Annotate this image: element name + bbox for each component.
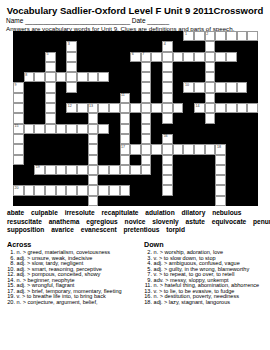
grid-cell[interactable] — [183, 144, 194, 154]
grid-cell[interactable] — [226, 31, 237, 41]
grid-cell[interactable] — [194, 31, 205, 41]
block-cell — [194, 41, 205, 51]
block-cell — [109, 134, 120, 144]
block-cell — [141, 31, 152, 41]
grid-cell[interactable] — [88, 134, 99, 144]
grid-cell[interactable] — [215, 175, 226, 185]
grid-cell[interactable] — [120, 124, 131, 134]
grid-cell[interactable] — [56, 185, 67, 195]
block-cell — [151, 82, 162, 92]
word-bank-line: supposition avarice evanescent pretentio… — [7, 226, 265, 235]
grid-cell[interactable] — [151, 144, 162, 154]
block-cell — [151, 93, 162, 103]
block-cell — [151, 113, 162, 123]
grid-cell[interactable] — [66, 185, 77, 195]
grid-cell[interactable] — [13, 144, 24, 154]
block-cell — [194, 196, 205, 206]
grid-cell[interactable] — [130, 103, 141, 113]
block-cell — [24, 196, 35, 206]
grid-cell[interactable] — [13, 93, 24, 103]
grid-cell[interactable] — [66, 52, 77, 62]
grid-cell[interactable] — [215, 82, 226, 92]
name-blank[interactable]: _____________________________ — [25, 17, 130, 24]
block-cell — [226, 185, 237, 195]
block-cell — [247, 72, 258, 82]
block-cell — [226, 62, 237, 72]
block-cell — [226, 155, 237, 165]
grid-cell[interactable] — [205, 82, 216, 92]
block-cell — [173, 31, 184, 41]
grid-cell[interactable] — [88, 155, 99, 165]
across-header: Across — [7, 240, 31, 249]
block-cell — [183, 113, 194, 123]
grid-cell[interactable] — [13, 134, 24, 144]
block-cell — [130, 124, 141, 134]
grid-cell[interactable] — [141, 165, 152, 175]
block-cell — [173, 196, 184, 206]
grid-cell[interactable] — [66, 62, 77, 72]
grid-cell[interactable] — [141, 134, 152, 144]
block-cell — [162, 124, 173, 134]
grid-cell[interactable]: 19 — [34, 165, 45, 175]
grid-cell[interactable] — [88, 165, 99, 175]
clue-number: 18 — [217, 145, 221, 149]
grid-cell[interactable] — [45, 82, 56, 92]
block-cell — [34, 113, 45, 123]
block-cell — [34, 196, 45, 206]
grid-cell[interactable] — [120, 165, 131, 175]
grid-cell[interactable] — [98, 124, 109, 134]
grid-cell[interactable] — [34, 124, 45, 134]
grid-cell[interactable] — [141, 72, 152, 82]
grid-cell[interactable] — [162, 144, 173, 154]
grid-cell[interactable] — [34, 185, 45, 195]
block-cell — [120, 31, 131, 41]
grid-cell[interactable] — [66, 82, 77, 92]
grid-cell[interactable]: 4 — [162, 41, 173, 51]
grid-cell[interactable] — [98, 72, 109, 82]
block-cell — [194, 134, 205, 144]
block-cell — [45, 31, 56, 41]
grid-cell[interactable] — [88, 196, 99, 206]
grid-cell[interactable] — [151, 52, 162, 62]
block-cell — [34, 103, 45, 113]
block-cell — [247, 62, 258, 72]
grid-cell[interactable] — [66, 72, 77, 82]
grid-cell[interactable] — [215, 165, 226, 175]
block-cell — [66, 144, 77, 154]
block-cell — [109, 31, 120, 41]
block-cell — [194, 185, 205, 195]
grid-cell[interactable] — [141, 103, 152, 113]
block-cell — [66, 155, 77, 165]
grid-cell[interactable] — [120, 155, 131, 165]
block-cell — [120, 82, 131, 92]
block-cell — [173, 93, 184, 103]
block-cell — [66, 31, 77, 41]
block-cell — [151, 41, 162, 51]
grid-cell[interactable] — [120, 103, 131, 113]
block-cell — [183, 62, 194, 72]
block-cell — [109, 113, 120, 123]
grid-cell[interactable] — [194, 144, 205, 154]
block-cell — [56, 82, 67, 92]
block-cell — [151, 196, 162, 206]
grid-cell[interactable] — [98, 165, 109, 175]
name-label: Name — [6, 17, 23, 24]
grid-cell[interactable] — [226, 52, 237, 62]
grid-cell[interactable] — [88, 124, 99, 134]
name-date-line: Name _____________________________ Date … — [6, 17, 266, 24]
grid-cell[interactable] — [162, 185, 173, 195]
block-cell — [45, 155, 56, 165]
block-cell — [247, 196, 258, 206]
grid-cell[interactable] — [162, 72, 173, 82]
grid-cell[interactable] — [247, 31, 258, 41]
grid-cell[interactable] — [45, 62, 56, 72]
block-cell — [130, 196, 141, 206]
grid-cell[interactable] — [88, 185, 99, 195]
clue-number: 5 — [46, 52, 48, 56]
clue-number: 3 — [68, 42, 70, 46]
grid-cell[interactable]: 18 — [215, 144, 226, 154]
block-cell — [77, 134, 88, 144]
grid-cell[interactable]: 14 — [194, 103, 205, 113]
grid-cell[interactable] — [151, 103, 162, 113]
block-cell — [194, 72, 205, 82]
grid-cell[interactable] — [88, 113, 99, 123]
block-cell — [98, 175, 109, 185]
block-cell — [237, 62, 248, 72]
down-header: Down — [144, 240, 164, 249]
grid-cell[interactable] — [215, 155, 226, 165]
grid-cell[interactable] — [77, 165, 88, 175]
grid-cell[interactable] — [109, 103, 120, 113]
block-cell — [109, 196, 120, 206]
block-cell — [88, 31, 99, 41]
block-cell — [215, 93, 226, 103]
block-cell — [247, 124, 258, 134]
grid-cell[interactable] — [130, 165, 141, 175]
block-cell — [34, 155, 45, 165]
clue-number: 6 — [132, 52, 134, 56]
grid-cell[interactable]: 17 — [120, 144, 131, 154]
block-cell — [77, 196, 88, 206]
block-cell — [120, 41, 131, 51]
block-cell — [109, 62, 120, 72]
grid-cell[interactable] — [141, 155, 152, 165]
grid-cell[interactable] — [237, 31, 248, 41]
grid-cell[interactable] — [24, 185, 35, 195]
grid-cell[interactable]: 3 — [66, 41, 77, 51]
grid-cell[interactable] — [77, 103, 88, 113]
clue-number: 14 — [196, 104, 200, 108]
grid-cell[interactable] — [162, 62, 173, 72]
grid-cell[interactable] — [194, 82, 205, 92]
block-cell — [194, 93, 205, 103]
grid-cell[interactable] — [56, 124, 67, 134]
block-cell — [247, 155, 258, 165]
block-cell — [120, 196, 131, 206]
block-cell — [34, 175, 45, 185]
grid-cell[interactable] — [194, 52, 205, 62]
block-cell — [162, 31, 173, 41]
block-cell — [98, 52, 109, 62]
block-cell — [130, 113, 141, 123]
block-cell — [77, 155, 88, 165]
grid-cell[interactable] — [109, 165, 120, 175]
block-cell — [205, 155, 216, 165]
block-cell — [34, 144, 45, 154]
block-cell — [173, 165, 184, 175]
block-cell — [183, 155, 194, 165]
grid-cell[interactable] — [13, 155, 24, 165]
grid-cell[interactable]: 15 — [13, 124, 24, 134]
block-cell — [205, 196, 216, 206]
grid-cell[interactable] — [77, 185, 88, 195]
grid-cell[interactable] — [34, 72, 45, 82]
grid-cell[interactable] — [162, 82, 173, 92]
grid-cell[interactable] — [205, 41, 216, 51]
block-cell — [45, 134, 56, 144]
grid-cell[interactable] — [98, 185, 109, 195]
grid-cell[interactable]: 11 — [120, 93, 131, 103]
grid-cell[interactable] — [56, 72, 67, 82]
block-cell — [151, 62, 162, 72]
block-cell — [24, 144, 35, 154]
block-cell — [237, 155, 248, 165]
grid-cell[interactable] — [237, 103, 248, 113]
clue-number: 8 — [25, 73, 27, 77]
grid-cell[interactable] — [45, 72, 56, 82]
grid-cell[interactable] — [120, 134, 131, 144]
block-cell — [109, 41, 120, 51]
grid-cell[interactable] — [215, 103, 226, 113]
grid-cell[interactable] — [226, 82, 237, 92]
block-cell — [173, 62, 184, 72]
date-label: Date — [132, 17, 146, 24]
grid-cell[interactable] — [45, 93, 56, 103]
block-cell — [24, 41, 35, 51]
grid-cell[interactable] — [205, 113, 216, 123]
grid-cell[interactable] — [162, 93, 173, 103]
grid-cell[interactable] — [13, 103, 24, 113]
block-cell — [183, 103, 194, 113]
grid-cell[interactable]: 13 — [88, 103, 99, 113]
block-cell — [151, 31, 162, 41]
block-cell — [183, 124, 194, 134]
block-cell — [98, 134, 109, 144]
block-cell — [109, 72, 120, 82]
grid-cell[interactable] — [77, 124, 88, 134]
grid-cell[interactable]: 7 — [141, 52, 152, 62]
grid-cell[interactable] — [173, 103, 184, 113]
grid-cell[interactable] — [247, 103, 258, 113]
block-cell — [205, 134, 216, 144]
grid-cell[interactable]: 1 — [183, 31, 194, 41]
block-cell — [109, 144, 120, 154]
grid-cell[interactable] — [130, 144, 141, 154]
block-cell — [173, 134, 184, 144]
grid-cell[interactable]: 10 — [183, 82, 194, 92]
grid-cell[interactable]: 12 — [66, 103, 77, 113]
block-cell — [215, 62, 226, 72]
block-cell — [56, 113, 67, 123]
grid-cell[interactable] — [215, 31, 226, 41]
block-cell — [98, 155, 109, 165]
block-cell — [24, 31, 35, 41]
block-cell — [173, 185, 184, 195]
grid-cell[interactable] — [45, 113, 56, 123]
grid-cell[interactable] — [162, 165, 173, 175]
grid-cell[interactable] — [173, 52, 184, 62]
block-cell — [173, 124, 184, 134]
grid-cell[interactable] — [45, 185, 56, 195]
grid-cell[interactable] — [45, 124, 56, 134]
block-cell — [109, 93, 120, 103]
block-cell — [237, 165, 248, 175]
block-cell — [215, 134, 226, 144]
grid-cell[interactable] — [205, 52, 216, 62]
block-cell — [24, 165, 35, 175]
block-cell — [183, 185, 194, 195]
grid-cell[interactable] — [141, 144, 152, 154]
grid-cell[interactable]: 9 — [13, 82, 24, 92]
block-cell — [247, 134, 258, 144]
grid-cell[interactable] — [88, 144, 99, 154]
grid-cell[interactable] — [120, 113, 131, 123]
block-cell — [183, 41, 194, 51]
clue-item: 20. n. > conjecture, argument, belief, — [7, 300, 143, 306]
grid-cell[interactable] — [56, 165, 67, 175]
block-cell — [24, 93, 35, 103]
grid-cell[interactable] — [88, 72, 99, 82]
block-cell — [141, 175, 152, 185]
grid-cell[interactable]: 2 — [205, 31, 216, 41]
block-cell — [151, 72, 162, 82]
block-cell — [237, 72, 248, 82]
grid-cell[interactable] — [183, 52, 194, 62]
grid-cell[interactable] — [162, 113, 173, 123]
grid-cell[interactable] — [77, 72, 88, 82]
grid-cell[interactable] — [141, 93, 152, 103]
block-cell — [77, 82, 88, 92]
grid-cell[interactable] — [215, 196, 226, 206]
block-cell — [183, 93, 194, 103]
grid-cell[interactable] — [162, 103, 173, 113]
grid-cell[interactable] — [162, 175, 173, 185]
grid-cell[interactable] — [13, 113, 24, 123]
grid-cell[interactable] — [205, 62, 216, 72]
crossword-grid: 1234567891011121314151617181920 — [13, 31, 258, 206]
block-cell — [173, 113, 184, 123]
block-cell — [226, 41, 237, 51]
block-cell — [98, 113, 109, 123]
block-cell — [88, 82, 99, 92]
block-cell — [34, 62, 45, 72]
grid-cell[interactable]: 8 — [24, 72, 35, 82]
grid-cell[interactable]: 20 — [13, 185, 24, 195]
block-cell — [173, 41, 184, 51]
block-cell — [45, 196, 56, 206]
block-cell — [130, 41, 141, 51]
grid-cell[interactable] — [141, 124, 152, 134]
block-cell — [183, 72, 194, 82]
grid-cell[interactable]: 16 — [162, 134, 173, 144]
grid-cell[interactable] — [98, 103, 109, 113]
block-cell — [226, 196, 237, 206]
block-cell — [98, 144, 109, 154]
block-cell — [24, 62, 35, 72]
grid-cell[interactable] — [162, 52, 173, 62]
block-cell — [13, 41, 24, 51]
block-cell — [194, 165, 205, 175]
block-cell — [247, 41, 258, 51]
block-cell — [77, 41, 88, 51]
block-cell — [88, 62, 99, 72]
grid-cell[interactable] — [141, 82, 152, 92]
block-cell — [130, 31, 141, 41]
block-cell — [66, 196, 77, 206]
grid-cell[interactable] — [205, 72, 216, 82]
grid-cell[interactable] — [237, 82, 248, 92]
grid-cell[interactable] — [88, 175, 99, 185]
block-cell — [226, 165, 237, 175]
word-bank-line: resuscitate anathema egregious novice sl… — [7, 218, 265, 227]
block-cell — [226, 134, 237, 144]
block-cell — [34, 41, 45, 51]
word-bank-line: abate culpable irresolute recapitulate a… — [7, 209, 265, 218]
grid-cell[interactable] — [173, 144, 184, 154]
block-cell — [13, 165, 24, 175]
grid-cell[interactable] — [45, 103, 56, 113]
grid-cell[interactable] — [66, 124, 77, 134]
grid-cell[interactable] — [141, 62, 152, 72]
block-cell — [247, 52, 258, 62]
grid-cell[interactable] — [215, 185, 226, 195]
grid-cell[interactable]: 6 — [130, 52, 141, 62]
grid-cell[interactable] — [205, 103, 216, 113]
grid-cell[interactable]: 5 — [45, 52, 56, 62]
block-cell — [66, 134, 77, 144]
grid-cell[interactable] — [45, 165, 56, 175]
grid-cell[interactable] — [109, 185, 120, 195]
block-cell — [173, 82, 184, 92]
block-cell — [109, 175, 120, 185]
block-cell — [56, 62, 67, 72]
grid-cell[interactable] — [205, 93, 216, 103]
grid-cell[interactable] — [66, 165, 77, 175]
block-cell — [98, 196, 109, 206]
block-cell — [237, 41, 248, 51]
grid-cell[interactable] — [141, 113, 152, 123]
grid-cell[interactable] — [162, 155, 173, 165]
block-cell — [194, 155, 205, 165]
block-cell — [162, 196, 173, 206]
grid-cell[interactable] — [226, 103, 237, 113]
grid-cell[interactable] — [120, 185, 131, 195]
block-cell — [109, 52, 120, 62]
block-cell — [226, 72, 237, 82]
block-cell — [151, 185, 162, 195]
block-cell — [56, 196, 67, 206]
date-blank[interactable]: ______ — [147, 17, 169, 24]
grid-cell[interactable] — [24, 124, 35, 134]
grid-cell[interactable] — [215, 52, 226, 62]
grid-cell[interactable] — [205, 144, 216, 154]
block-cell — [226, 124, 237, 134]
block-cell — [247, 144, 258, 154]
